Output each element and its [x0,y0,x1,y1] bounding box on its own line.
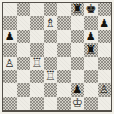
square-f3[interactable] [71,70,85,83]
square-b4[interactable] [17,57,31,70]
square-d7[interactable]: ♗ [44,16,58,29]
square-d1[interactable] [44,97,58,110]
square-b1[interactable] [17,97,31,110]
square-g5[interactable]: ♜ [84,43,98,56]
square-g6[interactable]: ♟ [84,30,98,43]
square-g4[interactable] [84,57,98,70]
white-rook-c4[interactable]: ♖ [31,57,42,69]
square-d6[interactable] [44,30,58,43]
square-a3[interactable] [3,70,17,83]
square-c2[interactable] [30,83,44,96]
square-a1[interactable] [3,97,17,110]
square-b3[interactable] [17,70,31,83]
square-c3[interactable] [30,70,44,83]
square-g7[interactable] [84,16,98,29]
square-f6[interactable] [71,30,85,43]
square-a2[interactable] [3,83,17,96]
square-g8[interactable]: ♚ [84,3,98,16]
square-f2[interactable]: ♟ [71,83,85,96]
square-h6[interactable] [98,30,112,43]
black-rook-f8[interactable]: ♜ [72,3,83,15]
square-h4[interactable] [98,57,112,70]
square-d5[interactable] [44,43,58,56]
square-b7[interactable] [17,16,31,29]
square-c8[interactable] [30,3,44,16]
square-e4[interactable] [57,57,71,70]
square-a7[interactable] [3,16,17,29]
square-d4[interactable] [44,57,58,70]
square-d3[interactable]: ♖ [44,70,58,83]
square-e8[interactable] [57,3,71,16]
square-h1[interactable] [98,97,112,110]
chess-board: ♜♚♗♟♟♟♜♙♖♖♟♙♔ [2,2,112,112]
square-b8[interactable] [17,3,31,16]
square-h7[interactable]: ♟ [98,16,112,29]
square-c4[interactable]: ♖ [30,57,44,70]
square-e5[interactable] [57,43,71,56]
white-rook-d3[interactable]: ♖ [45,70,56,82]
square-c1[interactable] [30,97,44,110]
square-a4[interactable]: ♙ [3,57,17,70]
square-h5[interactable] [98,43,112,56]
square-a8[interactable] [3,3,17,16]
chess-diagram-scan: ♜♚♗♟♟♟♜♙♖♖♟♙♔ [0,0,114,114]
square-e7[interactable] [57,16,71,29]
square-f4[interactable] [71,57,85,70]
square-b5[interactable] [17,43,31,56]
square-c7[interactable] [30,16,44,29]
square-h8[interactable] [98,3,112,16]
square-h2[interactable]: ♙ [98,83,112,96]
square-f8[interactable]: ♜ [71,3,85,16]
square-a5[interactable] [3,43,17,56]
square-h3[interactable] [98,70,112,83]
black-pawn-a6[interactable]: ♟ [5,30,15,41]
square-a6[interactable]: ♟ [3,30,17,43]
square-f5[interactable] [71,43,85,56]
square-e6[interactable] [57,30,71,43]
square-b2[interactable] [17,83,31,96]
black-rook-g5[interactable]: ♜ [85,43,96,55]
square-g3[interactable] [84,70,98,83]
square-e3[interactable] [57,70,71,83]
white-king-f1[interactable]: ♔ [72,97,83,109]
square-c6[interactable] [30,30,44,43]
square-c5[interactable] [30,43,44,56]
black-pawn-g6[interactable]: ♟ [86,30,96,41]
square-f1[interactable]: ♔ [71,97,85,110]
white-pawn-h2[interactable]: ♙ [99,84,109,95]
square-g1[interactable] [84,97,98,110]
square-e2[interactable] [57,83,71,96]
black-pawn-f2[interactable]: ♟ [72,84,82,95]
black-king-g8[interactable]: ♚ [85,3,96,15]
square-b6[interactable] [17,30,31,43]
black-pawn-h7[interactable]: ♟ [99,17,109,28]
square-d2[interactable] [44,83,58,96]
square-d8[interactable] [44,3,58,16]
square-e1[interactable] [57,97,71,110]
white-pawn-a4[interactable]: ♙ [5,57,15,68]
white-bishop-d7[interactable]: ♗ [45,16,56,28]
square-g2[interactable] [84,83,98,96]
square-f7[interactable] [71,16,85,29]
